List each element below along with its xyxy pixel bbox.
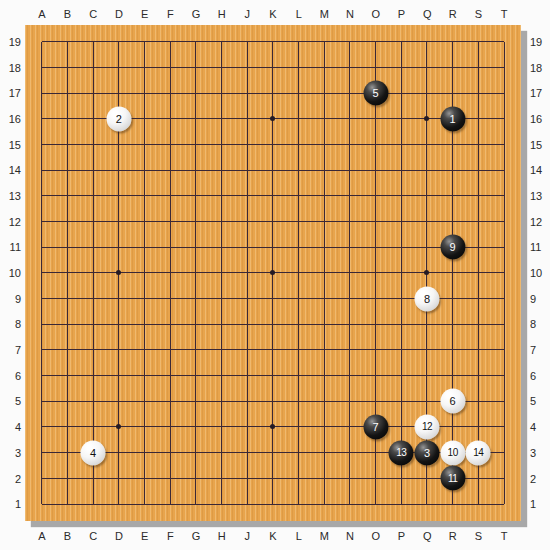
intersection-R17[interactable]	[440, 80, 466, 106]
intersection-J1[interactable]	[234, 491, 260, 517]
intersection-E15[interactable]	[132, 132, 158, 158]
intersection-E12[interactable]	[132, 209, 158, 235]
intersection-K17[interactable]	[260, 80, 286, 106]
intersection-T8[interactable]	[491, 311, 517, 337]
intersection-L5[interactable]	[286, 388, 312, 414]
intersection-L1[interactable]	[286, 491, 312, 517]
intersection-C9[interactable]	[80, 286, 106, 312]
intersection-D8[interactable]	[106, 311, 132, 337]
intersection-A1[interactable]	[29, 491, 55, 517]
intersection-M11[interactable]	[311, 234, 337, 260]
intersection-Q7[interactable]	[414, 337, 440, 363]
intersection-H5[interactable]	[209, 388, 235, 414]
intersection-Q2[interactable]	[414, 465, 440, 491]
intersection-H15[interactable]	[209, 132, 235, 158]
intersection-M14[interactable]	[311, 157, 337, 183]
intersection-M6[interactable]	[311, 363, 337, 389]
intersection-T6[interactable]	[491, 363, 517, 389]
intersection-O2[interactable]	[363, 465, 389, 491]
intersection-S19[interactable]	[465, 29, 491, 55]
intersection-N8[interactable]	[337, 311, 363, 337]
intersection-L18[interactable]	[286, 54, 312, 80]
intersection-D6[interactable]	[106, 363, 132, 389]
intersection-G2[interactable]	[183, 465, 209, 491]
intersection-E10[interactable]	[132, 260, 158, 286]
intersection-H1[interactable]	[209, 491, 235, 517]
intersection-O9[interactable]	[363, 286, 389, 312]
intersection-B1[interactable]	[54, 491, 80, 517]
intersection-K4[interactable]	[260, 414, 286, 440]
intersection-C17[interactable]	[80, 80, 106, 106]
intersection-P16[interactable]	[388, 106, 414, 132]
intersection-H7[interactable]	[209, 337, 235, 363]
intersection-O5[interactable]	[363, 388, 389, 414]
intersection-N1[interactable]	[337, 491, 363, 517]
intersection-K13[interactable]	[260, 183, 286, 209]
intersection-E14[interactable]	[132, 157, 158, 183]
intersection-M9[interactable]	[311, 286, 337, 312]
intersection-T3[interactable]	[491, 440, 517, 466]
intersection-H8[interactable]	[209, 311, 235, 337]
intersection-O14[interactable]	[363, 157, 389, 183]
intersection-N4[interactable]	[337, 414, 363, 440]
intersection-S9[interactable]	[465, 286, 491, 312]
intersection-S5[interactable]	[465, 388, 491, 414]
intersection-R9[interactable]	[440, 286, 466, 312]
intersection-O3[interactable]	[363, 440, 389, 466]
intersection-D17[interactable]	[106, 80, 132, 106]
intersection-G11[interactable]	[183, 234, 209, 260]
intersection-M8[interactable]	[311, 311, 337, 337]
intersection-D15[interactable]	[106, 132, 132, 158]
intersection-G16[interactable]	[183, 106, 209, 132]
intersection-C6[interactable]	[80, 363, 106, 389]
intersection-F13[interactable]	[157, 183, 183, 209]
intersection-O11[interactable]	[363, 234, 389, 260]
intersection-O1[interactable]	[363, 491, 389, 517]
intersection-J3[interactable]	[234, 440, 260, 466]
intersection-L11[interactable]	[286, 234, 312, 260]
intersection-R15[interactable]	[440, 132, 466, 158]
intersection-R6[interactable]	[440, 363, 466, 389]
intersection-J17[interactable]	[234, 80, 260, 106]
intersection-P6[interactable]	[388, 363, 414, 389]
intersection-B6[interactable]	[54, 363, 80, 389]
intersection-N17[interactable]	[337, 80, 363, 106]
intersection-O7[interactable]	[363, 337, 389, 363]
intersection-A17[interactable]	[29, 80, 55, 106]
intersection-L3[interactable]	[286, 440, 312, 466]
intersection-F18[interactable]	[157, 54, 183, 80]
intersection-J11[interactable]	[234, 234, 260, 260]
intersection-G6[interactable]	[183, 363, 209, 389]
intersection-L2[interactable]	[286, 465, 312, 491]
intersection-P11[interactable]	[388, 234, 414, 260]
intersection-R19[interactable]	[440, 29, 466, 55]
intersection-G14[interactable]	[183, 157, 209, 183]
intersection-F5[interactable]	[157, 388, 183, 414]
intersection-B14[interactable]	[54, 157, 80, 183]
intersection-Q11[interactable]	[414, 234, 440, 260]
intersection-G12[interactable]	[183, 209, 209, 235]
intersection-R10[interactable]	[440, 260, 466, 286]
intersection-L17[interactable]	[286, 80, 312, 106]
intersection-F12[interactable]	[157, 209, 183, 235]
intersection-L8[interactable]	[286, 311, 312, 337]
intersection-D2[interactable]	[106, 465, 132, 491]
intersection-B8[interactable]	[54, 311, 80, 337]
intersection-H10[interactable]	[209, 260, 235, 286]
intersection-F4[interactable]	[157, 414, 183, 440]
intersection-L9[interactable]	[286, 286, 312, 312]
intersection-T10[interactable]	[491, 260, 517, 286]
intersection-H2[interactable]	[209, 465, 235, 491]
intersection-E19[interactable]	[132, 29, 158, 55]
intersection-A14[interactable]	[29, 157, 55, 183]
intersection-L19[interactable]	[286, 29, 312, 55]
intersection-J2[interactable]	[234, 465, 260, 491]
intersection-C14[interactable]	[80, 157, 106, 183]
intersection-T1[interactable]	[491, 491, 517, 517]
intersection-C2[interactable]	[80, 465, 106, 491]
intersection-T2[interactable]	[491, 465, 517, 491]
intersection-B9[interactable]	[54, 286, 80, 312]
intersection-R13[interactable]	[440, 183, 466, 209]
intersection-A3[interactable]	[29, 440, 55, 466]
intersection-S13[interactable]	[465, 183, 491, 209]
intersection-M3[interactable]	[311, 440, 337, 466]
intersection-P7[interactable]	[388, 337, 414, 363]
intersection-Q8[interactable]	[414, 311, 440, 337]
intersection-A19[interactable]	[29, 29, 55, 55]
intersection-D10[interactable]	[106, 260, 132, 286]
intersection-B10[interactable]	[54, 260, 80, 286]
intersection-G19[interactable]	[183, 29, 209, 55]
intersection-K10[interactable]	[260, 260, 286, 286]
intersection-A5[interactable]	[29, 388, 55, 414]
intersection-T9[interactable]	[491, 286, 517, 312]
intersection-G15[interactable]	[183, 132, 209, 158]
intersection-M18[interactable]	[311, 54, 337, 80]
intersection-G1[interactable]	[183, 491, 209, 517]
intersection-S8[interactable]	[465, 311, 491, 337]
intersection-F15[interactable]	[157, 132, 183, 158]
intersection-H3[interactable]	[209, 440, 235, 466]
intersection-J7[interactable]	[234, 337, 260, 363]
intersection-N10[interactable]	[337, 260, 363, 286]
intersection-P9[interactable]	[388, 286, 414, 312]
intersection-G9[interactable]	[183, 286, 209, 312]
intersection-F7[interactable]	[157, 337, 183, 363]
intersection-B2[interactable]	[54, 465, 80, 491]
intersection-S1[interactable]	[465, 491, 491, 517]
intersection-A16[interactable]	[29, 106, 55, 132]
intersection-A10[interactable]	[29, 260, 55, 286]
intersection-N14[interactable]	[337, 157, 363, 183]
intersection-C19[interactable]	[80, 29, 106, 55]
intersection-L13[interactable]	[286, 183, 312, 209]
intersection-C4[interactable]	[80, 414, 106, 440]
intersection-N18[interactable]	[337, 54, 363, 80]
intersection-P15[interactable]	[388, 132, 414, 158]
intersection-T5[interactable]	[491, 388, 517, 414]
intersection-E9[interactable]	[132, 286, 158, 312]
intersection-B19[interactable]	[54, 29, 80, 55]
intersection-E13[interactable]	[132, 183, 158, 209]
intersection-P19[interactable]	[388, 29, 414, 55]
intersection-Q14[interactable]	[414, 157, 440, 183]
intersection-A4[interactable]	[29, 414, 55, 440]
intersection-F14[interactable]	[157, 157, 183, 183]
intersection-K19[interactable]	[260, 29, 286, 55]
intersection-H16[interactable]	[209, 106, 235, 132]
intersection-E5[interactable]	[132, 388, 158, 414]
intersection-C13[interactable]	[80, 183, 106, 209]
intersection-S17[interactable]	[465, 80, 491, 106]
intersection-Q19[interactable]	[414, 29, 440, 55]
intersection-Q16[interactable]	[414, 106, 440, 132]
intersection-M4[interactable]	[311, 414, 337, 440]
intersection-E7[interactable]	[132, 337, 158, 363]
intersection-S10[interactable]	[465, 260, 491, 286]
intersection-B7[interactable]	[54, 337, 80, 363]
intersection-F19[interactable]	[157, 29, 183, 55]
intersection-N12[interactable]	[337, 209, 363, 235]
intersection-S15[interactable]	[465, 132, 491, 158]
intersection-F1[interactable]	[157, 491, 183, 517]
intersection-F3[interactable]	[157, 440, 183, 466]
intersection-Q5[interactable]	[414, 388, 440, 414]
intersection-T11[interactable]	[491, 234, 517, 260]
intersection-K15[interactable]	[260, 132, 286, 158]
intersection-B12[interactable]	[54, 209, 80, 235]
intersection-O19[interactable]	[363, 29, 389, 55]
intersection-H17[interactable]	[209, 80, 235, 106]
intersection-N5[interactable]	[337, 388, 363, 414]
intersection-C15[interactable]	[80, 132, 106, 158]
intersection-E17[interactable]	[132, 80, 158, 106]
intersection-B13[interactable]	[54, 183, 80, 209]
intersection-E3[interactable]	[132, 440, 158, 466]
intersection-S12[interactable]	[465, 209, 491, 235]
intersection-K6[interactable]	[260, 363, 286, 389]
intersection-J13[interactable]	[234, 183, 260, 209]
intersection-J16[interactable]	[234, 106, 260, 132]
intersection-A15[interactable]	[29, 132, 55, 158]
intersection-K12[interactable]	[260, 209, 286, 235]
intersection-O10[interactable]	[363, 260, 389, 286]
intersection-L10[interactable]	[286, 260, 312, 286]
intersection-H14[interactable]	[209, 157, 235, 183]
intersection-F17[interactable]	[157, 80, 183, 106]
intersection-L12[interactable]	[286, 209, 312, 235]
intersection-S2[interactable]	[465, 465, 491, 491]
intersection-J10[interactable]	[234, 260, 260, 286]
intersection-P8[interactable]	[388, 311, 414, 337]
intersection-L7[interactable]	[286, 337, 312, 363]
intersection-A13[interactable]	[29, 183, 55, 209]
intersection-H19[interactable]	[209, 29, 235, 55]
intersection-H9[interactable]	[209, 286, 235, 312]
intersection-M10[interactable]	[311, 260, 337, 286]
intersection-T7[interactable]	[491, 337, 517, 363]
intersection-G13[interactable]	[183, 183, 209, 209]
intersection-R18[interactable]	[440, 54, 466, 80]
intersection-F16[interactable]	[157, 106, 183, 132]
intersection-M17[interactable]	[311, 80, 337, 106]
intersection-D11[interactable]	[106, 234, 132, 260]
intersection-N19[interactable]	[337, 29, 363, 55]
intersection-F6[interactable]	[157, 363, 183, 389]
intersection-S18[interactable]	[465, 54, 491, 80]
intersection-K1[interactable]	[260, 491, 286, 517]
intersection-N9[interactable]	[337, 286, 363, 312]
intersection-K2[interactable]	[260, 465, 286, 491]
intersection-P4[interactable]	[388, 414, 414, 440]
intersection-E6[interactable]	[132, 363, 158, 389]
intersection-N15[interactable]	[337, 132, 363, 158]
intersection-M12[interactable]	[311, 209, 337, 235]
intersection-O12[interactable]	[363, 209, 389, 235]
intersection-T12[interactable]	[491, 209, 517, 235]
intersection-N16[interactable]	[337, 106, 363, 132]
intersection-J5[interactable]	[234, 388, 260, 414]
intersection-G10[interactable]	[183, 260, 209, 286]
intersection-N7[interactable]	[337, 337, 363, 363]
intersection-A9[interactable]	[29, 286, 55, 312]
intersection-C1[interactable]	[80, 491, 106, 517]
intersection-J6[interactable]	[234, 363, 260, 389]
intersection-F2[interactable]	[157, 465, 183, 491]
intersection-N13[interactable]	[337, 183, 363, 209]
intersection-C18[interactable]	[80, 54, 106, 80]
intersection-M16[interactable]	[311, 106, 337, 132]
intersection-B11[interactable]	[54, 234, 80, 260]
intersection-E18[interactable]	[132, 54, 158, 80]
intersection-L14[interactable]	[286, 157, 312, 183]
intersection-K3[interactable]	[260, 440, 286, 466]
intersection-B17[interactable]	[54, 80, 80, 106]
intersection-D7[interactable]	[106, 337, 132, 363]
intersection-L15[interactable]	[286, 132, 312, 158]
intersection-T18[interactable]	[491, 54, 517, 80]
intersection-A6[interactable]	[29, 363, 55, 389]
intersection-Q12[interactable]	[414, 209, 440, 235]
intersection-T14[interactable]	[491, 157, 517, 183]
intersection-D1[interactable]	[106, 491, 132, 517]
intersection-M2[interactable]	[311, 465, 337, 491]
intersection-F10[interactable]	[157, 260, 183, 286]
intersection-C8[interactable]	[80, 311, 106, 337]
intersection-C16[interactable]	[80, 106, 106, 132]
intersection-E16[interactable]	[132, 106, 158, 132]
intersection-M19[interactable]	[311, 29, 337, 55]
intersection-A8[interactable]	[29, 311, 55, 337]
intersection-N6[interactable]	[337, 363, 363, 389]
intersection-H13[interactable]	[209, 183, 235, 209]
intersection-G5[interactable]	[183, 388, 209, 414]
intersection-P10[interactable]	[388, 260, 414, 286]
intersection-J18[interactable]	[234, 54, 260, 80]
intersection-L6[interactable]	[286, 363, 312, 389]
intersection-P12[interactable]	[388, 209, 414, 235]
intersection-Q13[interactable]	[414, 183, 440, 209]
intersection-T4[interactable]	[491, 414, 517, 440]
intersection-R12[interactable]	[440, 209, 466, 235]
intersection-S14[interactable]	[465, 157, 491, 183]
intersection-E8[interactable]	[132, 311, 158, 337]
intersection-L4[interactable]	[286, 414, 312, 440]
intersection-A18[interactable]	[29, 54, 55, 80]
intersection-F8[interactable]	[157, 311, 183, 337]
intersection-S4[interactable]	[465, 414, 491, 440]
intersection-D18[interactable]	[106, 54, 132, 80]
intersection-D13[interactable]	[106, 183, 132, 209]
intersection-O18[interactable]	[363, 54, 389, 80]
intersection-J8[interactable]	[234, 311, 260, 337]
intersection-E1[interactable]	[132, 491, 158, 517]
intersection-P2[interactable]	[388, 465, 414, 491]
intersection-H18[interactable]	[209, 54, 235, 80]
intersection-K14[interactable]	[260, 157, 286, 183]
intersection-B15[interactable]	[54, 132, 80, 158]
intersection-P14[interactable]	[388, 157, 414, 183]
intersection-G17[interactable]	[183, 80, 209, 106]
intersection-K18[interactable]	[260, 54, 286, 80]
intersection-Q17[interactable]	[414, 80, 440, 106]
intersection-B18[interactable]	[54, 54, 80, 80]
intersection-K7[interactable]	[260, 337, 286, 363]
intersection-T13[interactable]	[491, 183, 517, 209]
intersection-F11[interactable]	[157, 234, 183, 260]
intersection-T17[interactable]	[491, 80, 517, 106]
intersection-C11[interactable]	[80, 234, 106, 260]
intersection-J12[interactable]	[234, 209, 260, 235]
intersection-D14[interactable]	[106, 157, 132, 183]
intersection-N11[interactable]	[337, 234, 363, 260]
intersection-K11[interactable]	[260, 234, 286, 260]
intersection-J19[interactable]	[234, 29, 260, 55]
intersection-O16[interactable]	[363, 106, 389, 132]
intersection-B4[interactable]	[54, 414, 80, 440]
intersection-A7[interactable]	[29, 337, 55, 363]
intersection-G18[interactable]	[183, 54, 209, 80]
intersection-H11[interactable]	[209, 234, 235, 260]
intersection-Q18[interactable]	[414, 54, 440, 80]
intersection-A2[interactable]	[29, 465, 55, 491]
intersection-P13[interactable]	[388, 183, 414, 209]
intersection-G3[interactable]	[183, 440, 209, 466]
intersection-B16[interactable]	[54, 106, 80, 132]
intersection-H12[interactable]	[209, 209, 235, 235]
intersection-A12[interactable]	[29, 209, 55, 235]
intersection-O8[interactable]	[363, 311, 389, 337]
intersection-C7[interactable]	[80, 337, 106, 363]
intersection-D3[interactable]	[106, 440, 132, 466]
intersection-K8[interactable]	[260, 311, 286, 337]
intersection-O6[interactable]	[363, 363, 389, 389]
intersection-P5[interactable]	[388, 388, 414, 414]
intersection-S11[interactable]	[465, 234, 491, 260]
intersection-B3[interactable]	[54, 440, 80, 466]
intersection-R4[interactable]	[440, 414, 466, 440]
intersection-H6[interactable]	[209, 363, 235, 389]
intersection-J14[interactable]	[234, 157, 260, 183]
intersection-C12[interactable]	[80, 209, 106, 235]
intersection-D9[interactable]	[106, 286, 132, 312]
intersection-E11[interactable]	[132, 234, 158, 260]
intersection-B5[interactable]	[54, 388, 80, 414]
